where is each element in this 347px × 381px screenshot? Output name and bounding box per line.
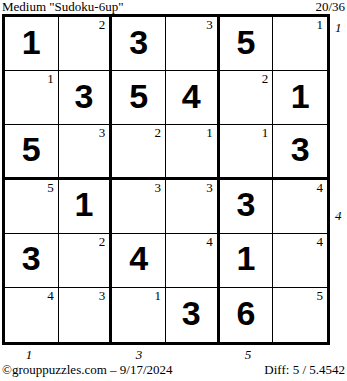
- cell-r5c2[interactable]: 2: [59, 234, 113, 288]
- big-digit: 1: [237, 241, 256, 275]
- corner-clue: 5: [317, 289, 324, 302]
- cell-r5c4[interactable]: 4: [166, 234, 220, 288]
- cell-r1c2[interactable]: 2: [59, 17, 113, 71]
- cell-r6c1[interactable]: 4: [5, 288, 59, 342]
- corner-clue: 1: [47, 72, 54, 85]
- corner-clue: 3: [99, 289, 106, 302]
- corner-clue: 3: [206, 18, 213, 31]
- corner-clue: 1: [206, 126, 213, 139]
- row-label-4: 4: [335, 209, 342, 222]
- cell-r6c3[interactable]: 1: [112, 288, 166, 342]
- cell-r2c4[interactable]: 4: [166, 71, 220, 125]
- puzzle-title: Medium "Sudoku-6up": [0, 0, 123, 13]
- corner-clue: 5: [47, 181, 54, 194]
- cell-r4c3[interactable]: 3: [112, 180, 166, 234]
- big-digit: 5: [237, 25, 256, 59]
- cell-r3c5[interactable]: 1: [220, 125, 274, 179]
- cell-r3c1[interactable]: 5: [5, 125, 59, 179]
- corner-clue: 1: [262, 126, 269, 139]
- title-bar: Medium "Sudoku-6up" 20/36: [0, 0, 347, 14]
- cell-r2c2[interactable]: 3: [59, 71, 113, 125]
- big-digit: 5: [22, 132, 41, 166]
- cell-r4c5[interactable]: 3: [220, 180, 274, 234]
- corner-clue: 3: [206, 181, 213, 194]
- corner-clue: 2: [262, 72, 269, 85]
- corner-clue: 2: [155, 126, 162, 139]
- cell-r6c2[interactable]: 3: [59, 288, 113, 342]
- corner-clue: 4: [317, 181, 324, 194]
- corner-clue: 4: [47, 289, 54, 302]
- big-digit: 3: [291, 132, 310, 166]
- cell-r4c6[interactable]: 4: [273, 180, 327, 234]
- puzzle-page: Medium "Sudoku-6up" 20/36 12335113542153…: [0, 0, 347, 381]
- cell-r2c6[interactable]: 1: [273, 71, 327, 125]
- cell-r5c3[interactable]: 4: [112, 234, 166, 288]
- big-digit: 4: [182, 79, 201, 113]
- col-label-5: 5: [245, 348, 252, 361]
- cell-r4c1[interactable]: 5: [5, 180, 59, 234]
- cell-r3c4[interactable]: 1: [166, 125, 220, 179]
- big-digit: 6: [237, 296, 256, 330]
- cell-r1c5[interactable]: 5: [220, 17, 274, 71]
- cell-r5c1[interactable]: 3: [5, 234, 59, 288]
- corner-clue: 4: [206, 235, 213, 248]
- big-digit: 1: [291, 79, 310, 113]
- big-digit: 4: [129, 241, 148, 275]
- cell-r1c6[interactable]: 1: [273, 17, 327, 71]
- corner-clue: 4: [317, 235, 324, 248]
- corner-clue: 2: [99, 18, 106, 31]
- clue-counter: 20/36: [315, 0, 347, 13]
- corner-clue: 3: [99, 126, 106, 139]
- cell-r5c6[interactable]: 4: [273, 234, 327, 288]
- difficulty-text: Diff: 5 / 5.4542: [264, 363, 347, 377]
- corner-clue: 1: [155, 289, 162, 302]
- cell-r4c2[interactable]: 1: [59, 180, 113, 234]
- cell-r6c5[interactable]: 6: [220, 288, 274, 342]
- cell-r3c6[interactable]: 3: [273, 125, 327, 179]
- row-label-1: 1: [335, 21, 342, 34]
- corner-clue: 3: [155, 181, 162, 194]
- corner-clue: 2: [99, 235, 106, 248]
- big-digit: 3: [75, 79, 94, 113]
- col-label-1: 1: [26, 348, 33, 361]
- cell-r2c3[interactable]: 5: [112, 71, 166, 125]
- big-digit: 3: [237, 187, 256, 221]
- cell-r2c1[interactable]: 1: [5, 71, 59, 125]
- cell-r6c4[interactable]: 3: [166, 288, 220, 342]
- cell-r3c2[interactable]: 3: [59, 125, 113, 179]
- copyright-text: ©grouppuzzles.com – 9/17/2024: [0, 363, 173, 377]
- cell-r1c1[interactable]: 1: [5, 17, 59, 71]
- cell-r1c4[interactable]: 3: [166, 17, 220, 71]
- big-digit: 3: [22, 241, 41, 275]
- cell-r3c3[interactable]: 2: [112, 125, 166, 179]
- board: 123351135421532113513334324414431365: [2, 14, 330, 345]
- cell-r5c5[interactable]: 1: [220, 234, 274, 288]
- corner-clue: 1: [317, 18, 324, 31]
- cell-r4c4[interactable]: 3: [166, 180, 220, 234]
- cell-r2c5[interactable]: 2: [220, 71, 274, 125]
- col-label-3: 3: [136, 348, 143, 361]
- big-digit: 1: [22, 25, 41, 59]
- footer: ©grouppuzzles.com – 9/17/2024 Diff: 5 / …: [0, 363, 347, 377]
- cell-r1c3[interactable]: 3: [112, 17, 166, 71]
- big-digit: 3: [182, 296, 201, 330]
- big-digit: 1: [75, 187, 94, 221]
- big-digit: 3: [129, 25, 148, 59]
- big-digit: 5: [129, 79, 148, 113]
- cell-r6c6[interactable]: 5: [273, 288, 327, 342]
